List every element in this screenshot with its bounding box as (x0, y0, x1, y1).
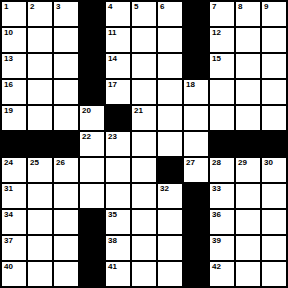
cell-r1c8[interactable]: 12 (210, 28, 234, 52)
cell-r3c2[interactable] (54, 80, 78, 104)
cell-r0c9[interactable]: 8 (236, 2, 260, 26)
cell-r7c0[interactable]: 31 (2, 184, 26, 208)
clue-number-39: 39 (212, 237, 221, 245)
clue-number-21: 21 (134, 107, 143, 115)
cell-r1c4[interactable]: 11 (106, 28, 130, 52)
cell-r2c0[interactable]: 13 (2, 54, 26, 78)
clue-number-12: 12 (212, 29, 221, 37)
black-cell-r1c7 (184, 28, 208, 52)
cell-r1c2[interactable] (54, 28, 78, 52)
cell-r7c2[interactable] (54, 184, 78, 208)
black-cell-r4c4 (106, 106, 130, 130)
cell-r9c0[interactable]: 37 (2, 236, 26, 260)
cell-r6c0[interactable]: 24 (2, 158, 26, 182)
cell-r2c4[interactable]: 14 (106, 54, 130, 78)
black-cell-r8c3 (80, 210, 104, 234)
black-cell-r5c8 (210, 132, 234, 156)
clue-number-41: 41 (108, 263, 117, 271)
cell-r4c3[interactable]: 20 (80, 106, 104, 130)
cell-r6c7[interactable]: 27 (184, 158, 208, 182)
cell-r4c7[interactable] (184, 106, 208, 130)
cell-r5c7[interactable] (184, 132, 208, 156)
black-cell-r5c2 (54, 132, 78, 156)
clue-number-4: 4 (108, 3, 112, 11)
cell-r8c0[interactable]: 34 (2, 210, 26, 234)
clue-number-28: 28 (212, 159, 221, 167)
cell-r4c10[interactable] (262, 106, 286, 130)
cell-r9c5[interactable] (132, 236, 156, 260)
cell-r1c5[interactable] (132, 28, 156, 52)
clue-number-36: 36 (212, 211, 221, 219)
cell-r1c1[interactable] (28, 28, 52, 52)
cell-r8c5[interactable] (132, 210, 156, 234)
cell-r2c9[interactable] (236, 54, 260, 78)
cell-r3c0[interactable]: 16 (2, 80, 26, 104)
cell-r8c4[interactable]: 35 (106, 210, 130, 234)
clue-number-8: 8 (238, 3, 242, 11)
cell-r10c4[interactable]: 41 (106, 262, 130, 286)
black-cell-r10c3 (80, 262, 104, 286)
cell-r5c4[interactable]: 23 (106, 132, 130, 156)
cell-r10c1[interactable] (28, 262, 52, 286)
clue-number-5: 5 (134, 3, 138, 11)
cell-r6c5[interactable] (132, 158, 156, 182)
clue-number-27: 27 (186, 159, 195, 167)
cell-r4c2[interactable] (54, 106, 78, 130)
clue-number-11: 11 (108, 29, 116, 37)
cell-r10c9[interactable] (236, 262, 260, 286)
clue-number-22: 22 (82, 133, 91, 141)
cell-r0c8[interactable]: 7 (210, 2, 234, 26)
cell-r1c10[interactable] (262, 28, 286, 52)
clue-number-38: 38 (108, 237, 117, 245)
clue-number-24: 24 (4, 159, 13, 167)
cell-r6c3[interactable] (80, 158, 104, 182)
clue-number-29: 29 (238, 159, 247, 167)
cell-r7c9[interactable] (236, 184, 260, 208)
cell-r0c6[interactable]: 6 (158, 2, 182, 26)
cell-r2c1[interactable] (28, 54, 52, 78)
clue-number-30: 30 (264, 159, 273, 167)
cell-r0c1[interactable]: 2 (28, 2, 52, 26)
cell-r4c0[interactable]: 19 (2, 106, 26, 130)
black-cell-r2c7 (184, 54, 208, 78)
cell-r2c5[interactable] (132, 54, 156, 78)
clue-number-20: 20 (82, 107, 91, 115)
clue-number-1: 1 (4, 3, 8, 11)
cell-r6c1[interactable]: 25 (28, 158, 52, 182)
cell-r4c5[interactable]: 21 (132, 106, 156, 130)
cell-r1c9[interactable] (236, 28, 260, 52)
cell-r4c8[interactable] (210, 106, 234, 130)
cell-r0c0[interactable]: 1 (2, 2, 26, 26)
cell-r1c6[interactable] (158, 28, 182, 52)
black-cell-r0c3 (80, 2, 104, 26)
clue-number-7: 7 (212, 3, 216, 11)
cell-r10c10[interactable] (262, 262, 286, 286)
clue-number-26: 26 (56, 159, 65, 167)
cell-r7c4[interactable] (106, 184, 130, 208)
cell-r3c9[interactable] (236, 80, 260, 104)
clue-number-14: 14 (108, 55, 117, 63)
cell-r7c3[interactable] (80, 184, 104, 208)
cell-r2c8[interactable]: 15 (210, 54, 234, 78)
black-cell-r10c7 (184, 262, 208, 286)
black-cell-r5c1 (28, 132, 52, 156)
cell-r10c2[interactable] (54, 262, 78, 286)
cell-r9c9[interactable] (236, 236, 260, 260)
black-cell-r5c10 (262, 132, 286, 156)
cell-r2c6[interactable] (158, 54, 182, 78)
cell-r9c4[interactable]: 38 (106, 236, 130, 260)
clue-number-9: 9 (264, 3, 268, 11)
cell-r9c6[interactable] (158, 236, 182, 260)
cell-r2c2[interactable] (54, 54, 78, 78)
black-cell-r9c3 (80, 236, 104, 260)
clue-number-25: 25 (30, 159, 39, 167)
cell-r4c1[interactable] (28, 106, 52, 130)
cell-r0c5[interactable]: 5 (132, 2, 156, 26)
cell-r3c7[interactable]: 18 (184, 80, 208, 104)
black-cell-r1c3 (80, 28, 104, 52)
black-cell-r5c9 (236, 132, 260, 156)
cell-r4c9[interactable] (236, 106, 260, 130)
cell-r9c8[interactable]: 39 (210, 236, 234, 260)
cell-r7c10[interactable] (262, 184, 286, 208)
cell-r8c2[interactable] (54, 210, 78, 234)
cell-r7c1[interactable] (28, 184, 52, 208)
clue-number-2: 2 (30, 3, 34, 11)
cell-r9c10[interactable] (262, 236, 286, 260)
black-cell-r3c3 (80, 80, 104, 104)
cell-r3c1[interactable] (28, 80, 52, 104)
clue-number-3: 3 (56, 3, 60, 11)
cell-r7c8[interactable]: 33 (210, 184, 234, 208)
clue-number-42: 42 (212, 263, 221, 271)
black-cell-r6c6 (158, 158, 182, 182)
cell-r0c4[interactable]: 4 (106, 2, 130, 26)
clue-number-17: 17 (108, 81, 117, 89)
cell-r2c10[interactable] (262, 54, 286, 78)
clue-number-40: 40 (4, 263, 13, 271)
cell-r8c6[interactable] (158, 210, 182, 234)
clue-number-23: 23 (108, 133, 117, 141)
black-cell-r8c7 (184, 210, 208, 234)
cell-r6c9[interactable]: 29 (236, 158, 260, 182)
cell-r8c9[interactable] (236, 210, 260, 234)
cell-r5c5[interactable] (132, 132, 156, 156)
cell-r5c3[interactable]: 22 (80, 132, 104, 156)
crossword-grid: 1234567891011121314151617181920212223242… (0, 0, 288, 288)
clue-number-33: 33 (212, 185, 221, 193)
clue-number-19: 19 (4, 107, 13, 115)
cell-r8c8[interactable]: 36 (210, 210, 234, 234)
clue-number-34: 34 (4, 211, 13, 219)
cell-r1c0[interactable]: 10 (2, 28, 26, 52)
clue-number-16: 16 (4, 81, 13, 89)
clue-number-35: 35 (108, 211, 117, 219)
cell-r6c10[interactable]: 30 (262, 158, 286, 182)
cell-r10c5[interactable] (132, 262, 156, 286)
cell-r3c10[interactable] (262, 80, 286, 104)
cell-r10c0[interactable]: 40 (2, 262, 26, 286)
clue-number-18: 18 (186, 81, 195, 89)
cell-r9c1[interactable] (28, 236, 52, 260)
cell-r0c10[interactable]: 9 (262, 2, 286, 26)
clue-number-37: 37 (4, 237, 13, 245)
cell-r5c6[interactable] (158, 132, 182, 156)
black-cell-r7c7 (184, 184, 208, 208)
cell-r3c6[interactable] (158, 80, 182, 104)
clue-number-31: 31 (4, 185, 13, 193)
cell-r7c6[interactable]: 32 (158, 184, 182, 208)
clue-number-15: 15 (212, 55, 221, 63)
clue-number-6: 6 (160, 3, 164, 11)
black-cell-r5c0 (2, 132, 26, 156)
cell-r10c8[interactable]: 42 (210, 262, 234, 286)
cell-r10c6[interactable] (158, 262, 182, 286)
cell-r9c2[interactable] (54, 236, 78, 260)
cell-r6c8[interactable]: 28 (210, 158, 234, 182)
cell-r8c10[interactable] (262, 210, 286, 234)
cell-r3c8[interactable] (210, 80, 234, 104)
cell-r4c6[interactable] (158, 106, 182, 130)
cell-r8c1[interactable] (28, 210, 52, 234)
black-cell-r9c7 (184, 236, 208, 260)
cell-r7c5[interactable] (132, 184, 156, 208)
cell-r0c2[interactable]: 3 (54, 2, 78, 26)
black-cell-r0c7 (184, 2, 208, 26)
cell-r6c2[interactable]: 26 (54, 158, 78, 182)
cell-r3c4[interactable]: 17 (106, 80, 130, 104)
clue-number-13: 13 (4, 55, 13, 63)
cell-r6c4[interactable] (106, 158, 130, 182)
clue-number-10: 10 (4, 29, 13, 37)
clue-number-32: 32 (160, 185, 169, 193)
black-cell-r2c3 (80, 54, 104, 78)
cell-r3c5[interactable] (132, 80, 156, 104)
